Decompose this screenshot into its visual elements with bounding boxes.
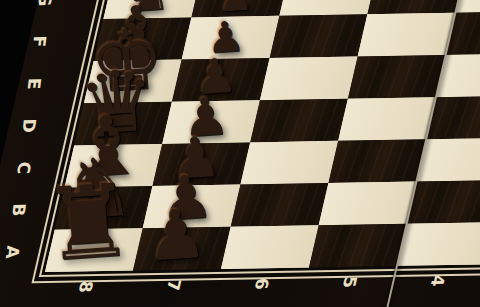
file-label-text: C (14, 161, 33, 174)
square-b7: ♟ (143, 185, 241, 229)
file-label-text: B (9, 203, 28, 216)
square-f8: ♝ (94, 17, 192, 61)
rank-label-text: 7 (164, 279, 184, 291)
square-g4 (455, 0, 480, 13)
square-c6 (240, 141, 338, 185)
square-d6 (250, 99, 348, 143)
square-g7: ♟ (191, 0, 289, 17)
file-label-a: A (0, 230, 50, 273)
square-d8: ♛ (74, 102, 172, 146)
square-g8: ♞ (103, 0, 201, 19)
black-pawn: ♟ (170, 51, 261, 103)
black-pawn: ♟ (180, 15, 271, 61)
file-label-g: G (7, 0, 82, 21)
file-label-f: F (2, 19, 77, 62)
square-a8: ♜ (45, 228, 143, 272)
rank-label-5: 5 (295, 266, 397, 307)
square-f5 (358, 13, 456, 57)
file-label-text: E (25, 77, 43, 89)
rank-label-text: 5 (339, 276, 359, 288)
square-b5 (319, 182, 417, 226)
rank-label-text: 6 (252, 278, 272, 290)
square-e5 (348, 55, 446, 99)
square-a4 (397, 222, 480, 266)
square-b6 (231, 183, 329, 227)
file-label-b: B (0, 188, 56, 231)
file-label-text: A (3, 245, 22, 258)
square-c8: ♝ (64, 144, 162, 188)
rank-label-text: 4 (427, 275, 447, 287)
file-label-c: C (0, 146, 61, 189)
board-frame: ♜♟♞♟♝♟♚♟♛♟♝♟♞♟♜♟ HGFEDCBA 87654321 (0, 0, 480, 307)
square-d5 (338, 97, 436, 141)
square-b8: ♞ (55, 186, 153, 230)
chessboard-photo: ♜♟♞♟♝♟♚♟♛♟♝♟♞♟♜♟ HGFEDCBA 87654321 (0, 0, 480, 307)
square-e6 (260, 57, 358, 101)
square-e8: ♚ (84, 60, 182, 104)
rank-label-4: 4 (383, 264, 480, 307)
file-label-text: G (35, 0, 54, 6)
file-label-text: F (30, 35, 48, 47)
square-c5 (328, 139, 426, 183)
square-a5 (309, 224, 407, 268)
file-label-d: D (0, 104, 66, 147)
square-a7: ♟ (133, 227, 231, 271)
rank-label-6: 6 (207, 267, 309, 307)
rank-label-7: 7 (119, 269, 221, 307)
square-e7: ♟ (172, 58, 270, 102)
square-a6 (221, 225, 319, 269)
rank-label-8: 8 (31, 270, 133, 307)
file-label-e: E (0, 62, 72, 105)
square-b4 (407, 180, 480, 224)
rank-label-text: 8 (76, 281, 96, 293)
file-label-text: D (19, 118, 38, 132)
play-area: ♜♟♞♟♝♟♚♟♛♟♝♟♞♟♜♟ (45, 0, 480, 272)
square-f7: ♟ (182, 16, 280, 60)
square-d7: ♟ (162, 100, 260, 144)
square-c7: ♟ (152, 142, 250, 186)
square-f6 (270, 14, 368, 58)
